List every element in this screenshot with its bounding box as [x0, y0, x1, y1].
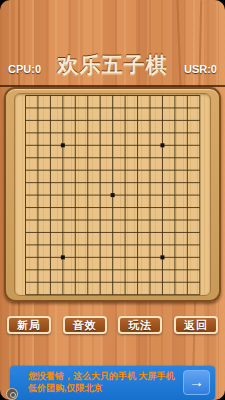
button-bar: 新局 音效 玩法 返回 [7, 316, 218, 334]
usr-score: USR:0 [184, 63, 217, 75]
ad-banner[interactable]: 您没看错，这么大只的手机 大屏手机低价团购,仅限北京 → [10, 366, 215, 400]
right-arrow-icon: → [189, 373, 204, 390]
ad-arrow-button[interactable]: → [183, 370, 210, 395]
board-grid[interactable] [25, 95, 201, 296]
ad-text: 您没看错，这么大只的手机 大屏手机低价团购,仅限北京 [28, 370, 180, 394]
cpu-score: CPU:0 [8, 63, 41, 75]
app-screen: 欢乐五子棋 CPU:0 USR:0 新局 音效 玩法 返回 您没看错，这么大只的… [0, 0, 225, 400]
sound-button[interactable]: 音效 [63, 316, 107, 334]
back-button[interactable]: 返回 [174, 316, 218, 334]
ad-info-icon[interactable] [6, 388, 18, 400]
how-to-play-button[interactable]: 玩法 [118, 316, 162, 334]
new-game-button[interactable]: 新局 [7, 316, 51, 334]
